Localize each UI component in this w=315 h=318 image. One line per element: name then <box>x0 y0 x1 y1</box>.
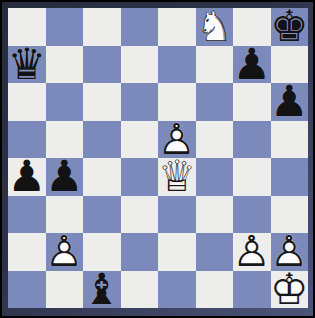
black-pawn[interactable]: ♟ <box>8 158 46 196</box>
square-a6[interactable] <box>8 83 46 121</box>
square-b5[interactable] <box>46 121 84 159</box>
square-h6[interactable]: ♟ <box>271 83 309 121</box>
square-g7[interactable]: ♟ <box>233 46 271 84</box>
square-h2[interactable]: ♟♙ <box>271 233 309 271</box>
square-c6[interactable] <box>83 83 121 121</box>
square-e2[interactable] <box>158 233 196 271</box>
square-c3[interactable] <box>83 196 121 234</box>
square-d6[interactable] <box>121 83 159 121</box>
black-pawn[interactable]: ♟ <box>46 158 84 196</box>
square-f3[interactable] <box>196 196 234 234</box>
square-h5[interactable] <box>271 121 309 159</box>
square-a2[interactable] <box>8 233 46 271</box>
square-b3[interactable] <box>46 196 84 234</box>
white-pawn[interactable]: ♟♙ <box>158 121 196 159</box>
black-pawn[interactable]: ♟ <box>233 46 271 84</box>
square-a1[interactable] <box>8 271 46 309</box>
square-d5[interactable] <box>121 121 159 159</box>
square-b2[interactable]: ♟♙ <box>46 233 84 271</box>
square-h3[interactable] <box>271 196 309 234</box>
chess-board-screenshot: ♞♘♚♛♟♟♟♙♟♟♛♕♟♙♟♙♟♙♝♚♔ <box>0 0 315 318</box>
square-g4[interactable] <box>233 158 271 196</box>
square-a5[interactable] <box>8 121 46 159</box>
square-g6[interactable] <box>233 83 271 121</box>
square-b7[interactable] <box>46 46 84 84</box>
square-d8[interactable] <box>121 8 159 46</box>
square-e1[interactable] <box>158 271 196 309</box>
board-frame: ♞♘♚♛♟♟♟♙♟♟♛♕♟♙♟♙♟♙♝♚♔ <box>2 2 313 316</box>
black-bishop[interactable]: ♝ <box>83 271 121 309</box>
square-b1[interactable] <box>46 271 84 309</box>
square-d4[interactable] <box>121 158 159 196</box>
square-d7[interactable] <box>121 46 159 84</box>
square-e3[interactable] <box>158 196 196 234</box>
square-c4[interactable] <box>83 158 121 196</box>
square-f1[interactable] <box>196 271 234 309</box>
board: ♞♘♚♛♟♟♟♙♟♟♛♕♟♙♟♙♟♙♝♚♔ <box>8 8 308 308</box>
square-c2[interactable] <box>83 233 121 271</box>
square-g1[interactable] <box>233 271 271 309</box>
square-d1[interactable] <box>121 271 159 309</box>
square-a3[interactable] <box>8 196 46 234</box>
square-f5[interactable] <box>196 121 234 159</box>
square-e8[interactable] <box>158 8 196 46</box>
black-queen[interactable]: ♛ <box>8 46 46 84</box>
square-a7[interactable]: ♛ <box>8 46 46 84</box>
square-a4[interactable]: ♟ <box>8 158 46 196</box>
black-king[interactable]: ♚ <box>271 8 309 46</box>
square-h8[interactable]: ♚ <box>271 8 309 46</box>
square-g2[interactable]: ♟♙ <box>233 233 271 271</box>
black-pawn[interactable]: ♟ <box>271 83 309 121</box>
square-f4[interactable] <box>196 158 234 196</box>
square-b6[interactable] <box>46 83 84 121</box>
square-g3[interactable] <box>233 196 271 234</box>
square-b8[interactable] <box>46 8 84 46</box>
square-e5[interactable]: ♟♙ <box>158 121 196 159</box>
square-h1[interactable]: ♚♔ <box>271 271 309 309</box>
square-a8[interactable] <box>8 8 46 46</box>
square-c7[interactable] <box>83 46 121 84</box>
white-queen[interactable]: ♛♕ <box>158 158 196 196</box>
square-f2[interactable] <box>196 233 234 271</box>
square-b4[interactable]: ♟ <box>46 158 84 196</box>
square-g8[interactable] <box>233 8 271 46</box>
white-pawn[interactable]: ♟♙ <box>46 233 84 271</box>
square-d3[interactable] <box>121 196 159 234</box>
white-knight[interactable]: ♞♘ <box>196 8 234 46</box>
square-e6[interactable] <box>158 83 196 121</box>
square-d2[interactable] <box>121 233 159 271</box>
white-pawn[interactable]: ♟♙ <box>233 233 271 271</box>
square-c8[interactable] <box>83 8 121 46</box>
square-g5[interactable] <box>233 121 271 159</box>
square-f6[interactable] <box>196 83 234 121</box>
white-king[interactable]: ♚♔ <box>271 271 309 309</box>
square-h7[interactable] <box>271 46 309 84</box>
square-c1[interactable]: ♝ <box>83 271 121 309</box>
square-c5[interactable] <box>83 121 121 159</box>
white-pawn[interactable]: ♟♙ <box>271 233 309 271</box>
square-e4[interactable]: ♛♕ <box>158 158 196 196</box>
square-e7[interactable] <box>158 46 196 84</box>
square-h4[interactable] <box>271 158 309 196</box>
square-f8[interactable]: ♞♘ <box>196 8 234 46</box>
square-f7[interactable] <box>196 46 234 84</box>
